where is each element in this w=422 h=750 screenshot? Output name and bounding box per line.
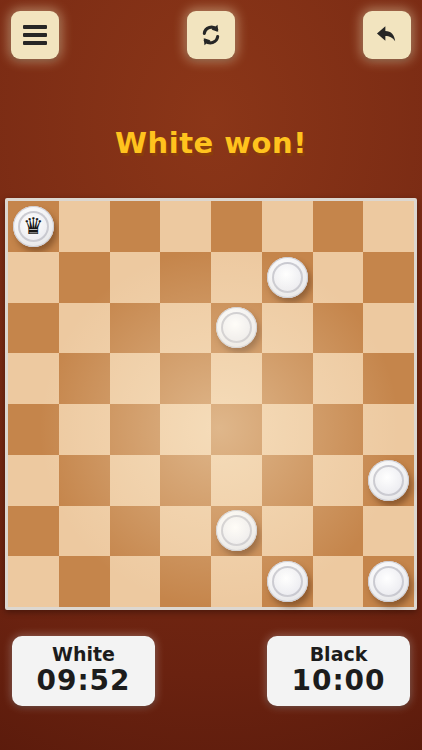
white-clock-time: 09:52 xyxy=(36,665,130,697)
square-r1c4[interactable] xyxy=(211,252,262,303)
square-r1c7[interactable] xyxy=(363,252,414,303)
square-r4c3[interactable] xyxy=(160,404,211,455)
white-man-piece[interactable] xyxy=(267,561,308,602)
refresh-icon xyxy=(197,21,225,49)
black-clock: Black 10:00 xyxy=(267,636,410,706)
square-r5c3[interactable] xyxy=(160,455,211,506)
square-r5c4[interactable] xyxy=(211,455,262,506)
square-r1c5[interactable] xyxy=(262,252,313,303)
checkers-board: ♛ xyxy=(8,201,414,607)
square-r7c5[interactable] xyxy=(262,556,313,607)
square-r7c0[interactable] xyxy=(8,556,59,607)
square-r5c5[interactable] xyxy=(262,455,313,506)
black-clock-label: Black xyxy=(310,644,368,665)
square-r7c7[interactable] xyxy=(363,556,414,607)
square-r7c2[interactable] xyxy=(110,556,161,607)
square-r4c2[interactable] xyxy=(110,404,161,455)
white-man-piece[interactable] xyxy=(368,460,409,501)
square-r3c2[interactable] xyxy=(110,353,161,404)
king-crown-icon: ♛ xyxy=(23,215,44,238)
square-r7c4[interactable] xyxy=(211,556,262,607)
square-r0c4[interactable] xyxy=(211,201,262,252)
square-r5c0[interactable] xyxy=(8,455,59,506)
square-r0c3[interactable] xyxy=(160,201,211,252)
square-r6c7[interactable] xyxy=(363,506,414,557)
square-r0c7[interactable] xyxy=(363,201,414,252)
board-frame: ♛ xyxy=(5,198,417,610)
square-r6c2[interactable] xyxy=(110,506,161,557)
square-r2c4[interactable] xyxy=(211,303,262,354)
square-r5c6[interactable] xyxy=(313,455,364,506)
square-r4c7[interactable] xyxy=(363,404,414,455)
square-r3c7[interactable] xyxy=(363,353,414,404)
square-r6c5[interactable] xyxy=(262,506,313,557)
square-r3c0[interactable] xyxy=(8,353,59,404)
square-r2c7[interactable] xyxy=(363,303,414,354)
square-r4c0[interactable] xyxy=(8,404,59,455)
square-r2c2[interactable] xyxy=(110,303,161,354)
undo-arrow-icon xyxy=(373,21,401,49)
square-r6c6[interactable] xyxy=(313,506,364,557)
square-r2c5[interactable] xyxy=(262,303,313,354)
square-r0c0[interactable]: ♛ xyxy=(8,201,59,252)
square-r7c3[interactable] xyxy=(160,556,211,607)
square-r4c5[interactable] xyxy=(262,404,313,455)
square-r4c1[interactable] xyxy=(59,404,110,455)
square-r7c1[interactable] xyxy=(59,556,110,607)
square-r5c1[interactable] xyxy=(59,455,110,506)
hamburger-icon xyxy=(23,25,47,45)
square-r6c1[interactable] xyxy=(59,506,110,557)
white-man-piece[interactable] xyxy=(216,510,257,551)
square-r1c0[interactable] xyxy=(8,252,59,303)
result-banner: White won! xyxy=(0,126,422,160)
white-king-piece[interactable]: ♛ xyxy=(13,206,54,247)
square-r1c2[interactable] xyxy=(110,252,161,303)
game-screen: White won! ♛ White 09:52 Black 10:00 xyxy=(0,0,422,750)
white-clock: White 09:52 xyxy=(12,636,155,706)
square-r2c1[interactable] xyxy=(59,303,110,354)
white-man-piece[interactable] xyxy=(267,257,308,298)
square-r3c4[interactable] xyxy=(211,353,262,404)
square-r0c5[interactable] xyxy=(262,201,313,252)
square-r2c6[interactable] xyxy=(313,303,364,354)
black-clock-time: 10:00 xyxy=(291,665,385,697)
square-r0c2[interactable] xyxy=(110,201,161,252)
square-r6c0[interactable] xyxy=(8,506,59,557)
white-clock-label: White xyxy=(52,644,115,665)
square-r5c2[interactable] xyxy=(110,455,161,506)
square-r6c3[interactable] xyxy=(160,506,211,557)
menu-button[interactable] xyxy=(11,11,59,59)
white-man-piece[interactable] xyxy=(216,307,257,348)
square-r2c3[interactable] xyxy=(160,303,211,354)
square-r3c6[interactable] xyxy=(313,353,364,404)
square-r6c4[interactable] xyxy=(211,506,262,557)
undo-button[interactable] xyxy=(363,11,411,59)
square-r5c7[interactable] xyxy=(363,455,414,506)
square-r1c1[interactable] xyxy=(59,252,110,303)
square-r4c6[interactable] xyxy=(313,404,364,455)
square-r1c6[interactable] xyxy=(313,252,364,303)
square-r7c6[interactable] xyxy=(313,556,364,607)
square-r3c3[interactable] xyxy=(160,353,211,404)
white-man-piece[interactable] xyxy=(368,561,409,602)
square-r3c5[interactable] xyxy=(262,353,313,404)
square-r2c0[interactable] xyxy=(8,303,59,354)
square-r0c1[interactable] xyxy=(59,201,110,252)
square-r3c1[interactable] xyxy=(59,353,110,404)
square-r0c6[interactable] xyxy=(313,201,364,252)
square-r1c3[interactable] xyxy=(160,252,211,303)
restart-button[interactable] xyxy=(187,11,235,59)
square-r4c4[interactable] xyxy=(211,404,262,455)
